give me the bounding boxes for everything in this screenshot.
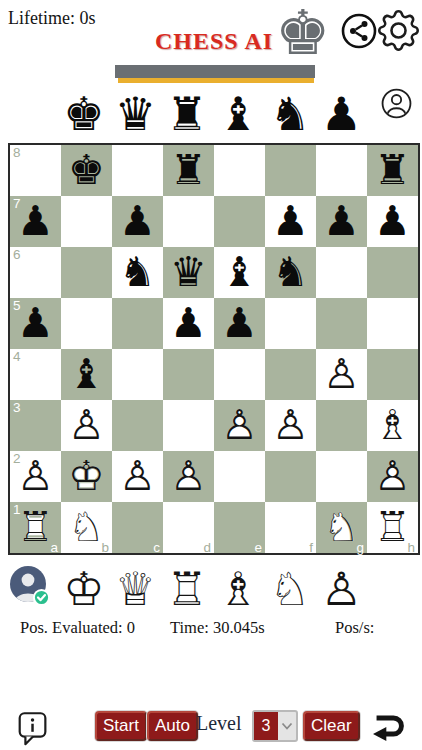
square-e1[interactable]: e: [214, 502, 265, 553]
white-n-piece: ♞♘: [61, 502, 112, 553]
file-label: f: [309, 541, 313, 555]
tray-piece-white-r[interactable]: ♜♖: [161, 562, 213, 616]
square-c3[interactable]: [112, 400, 163, 451]
black-q-piece: ♛: [170, 252, 207, 293]
square-h4[interactable]: [367, 349, 418, 400]
white-piece-tray: ♚♔♛♕♜♖♝♗♞♘♟♙: [58, 562, 368, 616]
positions-evaluated-label: Pos. Evaluated: 0: [20, 618, 135, 638]
square-h5[interactable]: [367, 298, 418, 349]
tray-piece-black-k[interactable]: ♚: [58, 87, 110, 141]
square-a1[interactable]: ♜♖1a: [10, 502, 61, 553]
share-icon[interactable]: [340, 12, 378, 50]
black-r-piece: ♜: [170, 150, 207, 191]
square-c5[interactable]: [112, 298, 163, 349]
chess-board: 8♚♜♜♟7♟♟♟♟6♞♛♝♞♟5♟♟4♝♟♙3♟♙♟♙♟♙♝♗♟♙2♚♔♟♙♟…: [8, 143, 420, 555]
square-a7[interactable]: ♟7: [10, 196, 61, 247]
square-d5[interactable]: ♟: [163, 298, 214, 349]
tray-piece-black-r[interactable]: ♜: [161, 87, 213, 141]
tray-piece-black-b[interactable]: ♝: [213, 87, 265, 141]
black-b-piece: ♝: [221, 252, 258, 293]
square-c4[interactable]: [112, 349, 163, 400]
square-e5[interactable]: ♟: [214, 298, 265, 349]
info-bubble-icon[interactable]: [16, 709, 50, 747]
square-a8[interactable]: 8: [10, 145, 61, 196]
square-h3[interactable]: ♝♗: [367, 400, 418, 451]
white-n-piece: ♞♘: [316, 502, 367, 553]
square-c2[interactable]: ♟♙: [112, 451, 163, 502]
black-piece-tray: ♚♛♜♝♞♟: [58, 87, 368, 141]
tray-piece-white-p[interactable]: ♟♙: [316, 562, 368, 616]
white-k-piece: ♚♔: [63, 566, 104, 612]
white-p-piece: ♟♙: [61, 400, 112, 451]
square-b1[interactable]: ♞♘b: [61, 502, 112, 553]
square-f1[interactable]: f: [265, 502, 316, 553]
black-p-piece: ♟: [17, 201, 54, 242]
opponent-profile-icon[interactable]: [381, 88, 412, 119]
square-c7[interactable]: ♟: [112, 196, 163, 247]
square-a4[interactable]: 4: [10, 349, 61, 400]
logo-king-silhouette: ♚: [275, 0, 331, 70]
time-label: Time: 30.045s: [170, 618, 265, 638]
square-e4[interactable]: [214, 349, 265, 400]
white-b-piece: ♝♗: [218, 566, 259, 612]
white-p-piece: ♟♙: [316, 349, 367, 400]
square-b8[interactable]: ♚: [61, 145, 112, 196]
start-button[interactable]: Start: [95, 711, 147, 741]
file-label: e: [254, 541, 262, 555]
app-title: CHESS AI: [155, 28, 273, 55]
white-p-piece: ♟♙: [214, 400, 265, 451]
tray-piece-white-n[interactable]: ♞♘: [264, 562, 316, 616]
square-g4[interactable]: ♟♙: [316, 349, 367, 400]
rank-label: 6: [13, 248, 21, 262]
black-q-piece: ♛: [115, 91, 156, 137]
gear-icon[interactable]: [378, 10, 419, 51]
rank-label: 8: [13, 146, 21, 160]
tray-piece-black-p[interactable]: ♟: [316, 87, 368, 141]
square-g5[interactable]: [316, 298, 367, 349]
square-d3[interactable]: [163, 400, 214, 451]
black-p-piece: ♟: [321, 91, 362, 137]
square-f3[interactable]: ♟♙: [265, 400, 316, 451]
black-b-piece: ♝: [218, 91, 259, 137]
square-e7[interactable]: [214, 196, 265, 247]
white-p-piece: ♟♙: [321, 566, 362, 612]
square-c1[interactable]: c: [112, 502, 163, 553]
tray-piece-black-n[interactable]: ♞: [264, 87, 316, 141]
square-f5[interactable]: [265, 298, 316, 349]
square-e8[interactable]: [214, 145, 265, 196]
black-p-piece: ♟: [323, 201, 360, 242]
square-g1[interactable]: ♞♘g: [316, 502, 367, 553]
square-h2[interactable]: ♟♙: [367, 451, 418, 502]
black-p-piece: ♟: [221, 303, 258, 344]
white-q-piece: ♛♕: [115, 566, 156, 612]
square-e2[interactable]: [214, 451, 265, 502]
level-select[interactable]: 3: [252, 710, 298, 742]
square-e6[interactable]: ♝: [214, 247, 265, 298]
black-b-piece: ♝: [68, 354, 105, 395]
pos-per-second-label: Pos/s:: [335, 618, 374, 638]
file-label: d: [203, 541, 211, 555]
white-b-piece: ♝♗: [367, 400, 418, 451]
level-label: Level: [196, 712, 242, 735]
square-d7[interactable]: [163, 196, 214, 247]
black-p-piece: ♟: [119, 201, 156, 242]
white-r-piece: ♜♖: [10, 502, 61, 553]
square-b7[interactable]: [61, 196, 112, 247]
tray-piece-white-k[interactable]: ♚♔: [58, 562, 110, 616]
square-a2[interactable]: ♟♙2: [10, 451, 61, 502]
level-select-value: 3: [254, 712, 278, 740]
square-f6[interactable]: ♞: [265, 247, 316, 298]
square-c8[interactable]: [112, 145, 163, 196]
square-f8[interactable]: [265, 145, 316, 196]
player-avatar[interactable]: [9, 565, 51, 607]
square-h1[interactable]: ♜♖h: [367, 502, 418, 553]
white-p-piece: ♟♙: [112, 451, 163, 502]
white-r-piece: ♜♖: [166, 566, 207, 612]
square-h7[interactable]: ♟: [367, 196, 418, 247]
square-e3[interactable]: ♟♙: [214, 400, 265, 451]
square-g2[interactable]: [316, 451, 367, 502]
square-h8[interactable]: ♜: [367, 145, 418, 196]
square-d1[interactable]: d: [163, 502, 214, 553]
white-p-piece: ♟♙: [367, 451, 418, 502]
tray-piece-white-b[interactable]: ♝♗: [213, 562, 265, 616]
file-label: c: [153, 541, 160, 555]
square-h6[interactable]: [367, 247, 418, 298]
app-logo: ♚ CHESS AI: [115, 4, 320, 84]
lifetime-label: Lifetime: 0s: [8, 8, 95, 29]
square-b2[interactable]: ♚♔: [61, 451, 112, 502]
black-n-piece: ♞: [119, 252, 156, 293]
square-f4[interactable]: [265, 349, 316, 400]
square-f2[interactable]: [265, 451, 316, 502]
square-g3[interactable]: [316, 400, 367, 451]
white-n-piece: ♞♘: [269, 566, 310, 612]
logo-yellow-underline: [118, 78, 314, 83]
black-p-piece: ♟: [272, 201, 309, 242]
clear-button[interactable]: Clear: [303, 711, 360, 741]
square-g7[interactable]: ♟: [316, 196, 367, 247]
square-f7[interactable]: ♟: [265, 196, 316, 247]
square-d6[interactable]: ♛: [163, 247, 214, 298]
square-c6[interactable]: ♞: [112, 247, 163, 298]
auto-button[interactable]: Auto: [147, 711, 198, 741]
black-n-piece: ♞: [269, 91, 310, 137]
chevron-down-icon: [278, 712, 296, 740]
black-r-piece: ♜: [374, 150, 411, 191]
tray-piece-white-q[interactable]: ♛♕: [110, 562, 162, 616]
undo-arrow-icon[interactable]: [369, 710, 409, 742]
white-r-piece: ♜♖: [367, 502, 418, 553]
square-g8[interactable]: [316, 145, 367, 196]
square-g6[interactable]: [316, 247, 367, 298]
white-k-piece: ♚♔: [61, 451, 112, 502]
square-b5[interactable]: [61, 298, 112, 349]
square-d8[interactable]: ♜: [163, 145, 214, 196]
square-d4[interactable]: [163, 349, 214, 400]
black-p-piece: ♟: [374, 201, 411, 242]
square-a6[interactable]: 6: [10, 247, 61, 298]
square-a3[interactable]: 3: [10, 400, 61, 451]
white-p-piece: ♟♙: [265, 400, 316, 451]
white-p-piece: ♟♙: [163, 451, 214, 502]
white-p-piece: ♟♙: [10, 451, 61, 502]
square-a5[interactable]: ♟5: [10, 298, 61, 349]
black-p-piece: ♟: [170, 303, 207, 344]
square-d2[interactable]: ♟♙: [163, 451, 214, 502]
black-r-piece: ♜: [166, 91, 207, 137]
black-k-piece: ♚: [68, 150, 105, 191]
square-b3[interactable]: ♟♙: [61, 400, 112, 451]
rank-label: 3: [13, 401, 21, 415]
square-b6[interactable]: [61, 247, 112, 298]
black-k-piece: ♚: [63, 91, 104, 137]
tray-piece-black-q[interactable]: ♛: [110, 87, 162, 141]
black-p-piece: ♟: [17, 303, 54, 344]
rank-label: 4: [13, 350, 21, 364]
black-n-piece: ♞: [272, 252, 309, 293]
square-b4[interactable]: ♝: [61, 349, 112, 400]
